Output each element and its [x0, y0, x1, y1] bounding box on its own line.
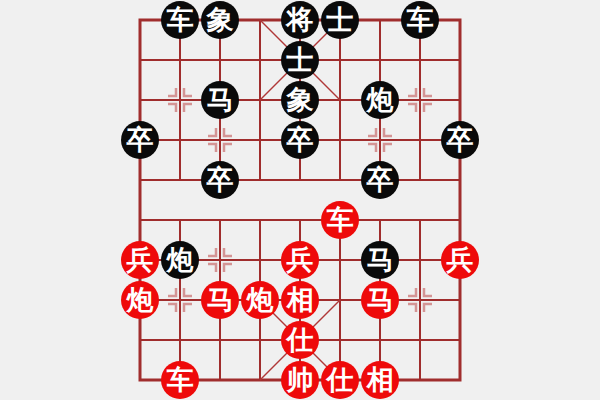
black-cannon[interactable]: 炮: [161, 241, 199, 279]
red-soldier[interactable]: 兵: [441, 241, 479, 279]
black-soldier[interactable]: 卒: [201, 161, 239, 199]
red-horse[interactable]: 马: [361, 281, 399, 319]
red-elephant[interactable]: 相: [361, 361, 399, 399]
red-soldier[interactable]: 兵: [121, 241, 159, 279]
red-chariot[interactable]: 车: [161, 361, 199, 399]
xiangqi-board[interactable]: 车象将士车士马象炮卒卒卒卒卒车兵炮兵马兵炮马炮相马仕车帅仕相: [120, 0, 480, 400]
red-elephant[interactable]: 相: [281, 281, 319, 319]
black-advisor[interactable]: 士: [321, 1, 359, 39]
red-general[interactable]: 帅: [281, 361, 319, 399]
red-chariot[interactable]: 车: [321, 201, 359, 239]
black-elephant[interactable]: 象: [201, 1, 239, 39]
black-elephant[interactable]: 象: [281, 81, 319, 119]
red-cannon[interactable]: 炮: [121, 281, 159, 319]
black-soldier[interactable]: 卒: [121, 121, 159, 159]
red-cannon[interactable]: 炮: [241, 281, 279, 319]
black-soldier[interactable]: 卒: [361, 161, 399, 199]
xiangqi-screenshot: 车象将士车士马象炮卒卒卒卒卒车兵炮兵马兵炮马炮相马仕车帅仕相: [0, 0, 600, 400]
red-advisor[interactable]: 仕: [321, 361, 359, 399]
red-soldier[interactable]: 兵: [281, 241, 319, 279]
black-horse[interactable]: 马: [361, 241, 399, 279]
black-general[interactable]: 将: [281, 1, 319, 39]
black-chariot[interactable]: 车: [161, 1, 199, 39]
black-cannon[interactable]: 炮: [361, 81, 399, 119]
red-horse[interactable]: 马: [201, 281, 239, 319]
black-soldier[interactable]: 卒: [441, 121, 479, 159]
red-advisor[interactable]: 仕: [281, 321, 319, 359]
black-advisor[interactable]: 士: [281, 41, 319, 79]
black-horse[interactable]: 马: [201, 81, 239, 119]
black-soldier[interactable]: 卒: [281, 121, 319, 159]
black-chariot[interactable]: 车: [401, 1, 439, 39]
